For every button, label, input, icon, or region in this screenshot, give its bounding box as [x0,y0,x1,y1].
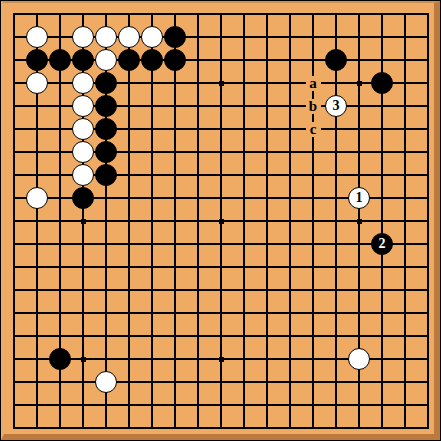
grid-line-vertical [266,13,268,429]
star-point [81,219,86,224]
white-stone-move-3: 3 [325,95,347,117]
white-stone [95,49,117,71]
point-label-a: a [306,76,321,91]
goban: abc312 [0,0,441,441]
star-point [219,357,224,362]
black-stone [26,49,48,71]
black-stone [118,49,140,71]
white-stone-move-1: 1 [348,187,370,209]
grid-line-vertical [427,13,429,429]
star-point [357,219,362,224]
white-stone [72,26,94,48]
star-point [357,81,362,86]
star-point [81,357,86,362]
black-stone [164,49,186,71]
white-stone [72,164,94,186]
grid-line-horizontal [13,266,429,268]
point-label-b: b [306,99,321,114]
black-stone [95,164,117,186]
grid-line-horizontal [13,335,429,337]
star-point [219,219,224,224]
grid-line-horizontal [13,404,429,406]
goban-grid: abc312 [0,0,441,441]
white-stone [26,72,48,94]
white-stone [141,26,163,48]
white-stone [26,26,48,48]
white-stone [72,72,94,94]
grid-line-vertical [404,13,406,429]
grid-line-horizontal [13,427,429,429]
grid-line-vertical [243,13,245,429]
grid-line-horizontal [13,381,429,383]
grid-line-vertical [335,13,337,429]
star-point [219,81,224,86]
grid-line-horizontal [13,289,429,291]
black-stone [371,72,393,94]
white-stone [72,95,94,117]
white-stone [72,141,94,163]
black-stone [325,49,347,71]
black-stone-move-2: 2 [371,233,393,255]
grid-line-vertical [289,13,291,429]
black-stone [95,95,117,117]
point-label-c: c [306,122,321,137]
black-stone [95,141,117,163]
black-stone [95,72,117,94]
grid-line-horizontal [13,243,429,245]
white-stone [26,187,48,209]
grid-line-horizontal [13,312,429,314]
white-stone [95,26,117,48]
black-stone [72,49,94,71]
black-stone [95,118,117,140]
white-stone [72,118,94,140]
black-stone [164,26,186,48]
black-stone [49,348,71,370]
black-stone [72,187,94,209]
white-stone [118,26,140,48]
black-stone [49,49,71,71]
black-stone [141,49,163,71]
white-stone [95,371,117,393]
white-stone [348,348,370,370]
